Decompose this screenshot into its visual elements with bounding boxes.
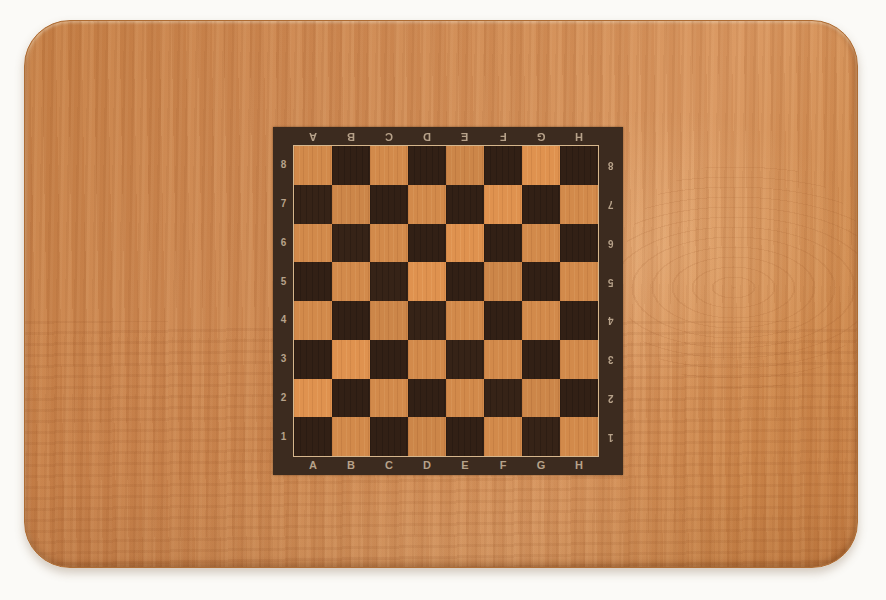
square-c1 bbox=[370, 417, 408, 456]
square-c3 bbox=[370, 340, 408, 379]
rank-label-left-8: 8 bbox=[281, 160, 287, 170]
square-g4 bbox=[522, 301, 560, 340]
square-f7 bbox=[484, 185, 522, 224]
square-f5 bbox=[484, 262, 522, 301]
square-g6 bbox=[522, 224, 560, 263]
rank-label-right-8: 8 bbox=[608, 160, 614, 170]
rank-label-right-7: 7 bbox=[608, 199, 614, 209]
square-b5 bbox=[332, 262, 370, 301]
square-a7 bbox=[294, 185, 332, 224]
file-label-top-f: F bbox=[500, 131, 507, 142]
rank-label-left-3: 3 bbox=[281, 354, 287, 364]
photo-background: ABCDEFGH 87654321 87654321 ABCDEFGH bbox=[0, 0, 886, 600]
file-label-top-g: G bbox=[537, 131, 546, 142]
square-g7 bbox=[522, 185, 560, 224]
rank-label-right-1: 1 bbox=[608, 432, 614, 442]
board-squares bbox=[294, 146, 598, 456]
square-e8 bbox=[446, 146, 484, 185]
rank-label-right-2: 2 bbox=[608, 393, 614, 403]
rank-label-left-4: 4 bbox=[281, 315, 287, 325]
square-d2 bbox=[408, 379, 446, 418]
square-d5 bbox=[408, 262, 446, 301]
square-a2 bbox=[294, 379, 332, 418]
file-label-bottom-g: G bbox=[537, 460, 546, 471]
rank-label-right-5: 5 bbox=[608, 277, 614, 287]
square-h8 bbox=[560, 146, 598, 185]
file-label-top-b: B bbox=[347, 131, 355, 142]
file-label-bottom-h: H bbox=[575, 460, 583, 471]
square-f8 bbox=[484, 146, 522, 185]
square-h7 bbox=[560, 185, 598, 224]
square-b1 bbox=[332, 417, 370, 456]
file-labels-top: ABCDEFGH bbox=[294, 127, 598, 146]
square-h3 bbox=[560, 340, 598, 379]
square-b3 bbox=[332, 340, 370, 379]
square-f4 bbox=[484, 301, 522, 340]
rank-labels-left: 87654321 bbox=[273, 146, 294, 456]
square-e7 bbox=[446, 185, 484, 224]
square-c5 bbox=[370, 262, 408, 301]
square-g1 bbox=[522, 417, 560, 456]
square-f3 bbox=[484, 340, 522, 379]
square-f2 bbox=[484, 379, 522, 418]
wood-knot-figure bbox=[621, 161, 858, 391]
square-d7 bbox=[408, 185, 446, 224]
rank-label-right-3: 3 bbox=[608, 354, 614, 364]
square-a5 bbox=[294, 262, 332, 301]
rank-label-left-2: 2 bbox=[281, 393, 287, 403]
file-label-bottom-b: B bbox=[347, 460, 355, 471]
rank-label-right-6: 6 bbox=[608, 238, 614, 248]
square-c8 bbox=[370, 146, 408, 185]
square-a8 bbox=[294, 146, 332, 185]
square-h6 bbox=[560, 224, 598, 263]
square-e6 bbox=[446, 224, 484, 263]
square-a3 bbox=[294, 340, 332, 379]
square-g5 bbox=[522, 262, 560, 301]
chess-board: ABCDEFGH 87654321 87654321 ABCDEFGH bbox=[273, 127, 623, 475]
rank-label-left-1: 1 bbox=[281, 432, 287, 442]
rank-label-right-4: 4 bbox=[608, 315, 614, 325]
file-label-bottom-a: A bbox=[309, 460, 317, 471]
square-b7 bbox=[332, 185, 370, 224]
square-d8 bbox=[408, 146, 446, 185]
square-b8 bbox=[332, 146, 370, 185]
square-h2 bbox=[560, 379, 598, 418]
file-label-bottom-d: D bbox=[423, 460, 431, 471]
square-h4 bbox=[560, 301, 598, 340]
file-label-top-h: H bbox=[575, 131, 583, 142]
square-c4 bbox=[370, 301, 408, 340]
square-e4 bbox=[446, 301, 484, 340]
square-b4 bbox=[332, 301, 370, 340]
square-d6 bbox=[408, 224, 446, 263]
file-label-top-a: A bbox=[309, 131, 317, 142]
square-e1 bbox=[446, 417, 484, 456]
rank-label-left-5: 5 bbox=[281, 277, 287, 287]
file-labels-bottom: ABCDEFGH bbox=[294, 456, 598, 475]
square-b6 bbox=[332, 224, 370, 263]
square-a4 bbox=[294, 301, 332, 340]
square-c7 bbox=[370, 185, 408, 224]
square-g2 bbox=[522, 379, 560, 418]
square-c6 bbox=[370, 224, 408, 263]
square-e2 bbox=[446, 379, 484, 418]
square-d1 bbox=[408, 417, 446, 456]
square-f6 bbox=[484, 224, 522, 263]
file-label-top-d: D bbox=[423, 131, 431, 142]
square-h1 bbox=[560, 417, 598, 456]
file-label-top-c: C bbox=[385, 131, 393, 142]
file-label-top-e: E bbox=[461, 131, 468, 142]
square-d3 bbox=[408, 340, 446, 379]
rank-label-left-6: 6 bbox=[281, 238, 287, 248]
square-d4 bbox=[408, 301, 446, 340]
square-c2 bbox=[370, 379, 408, 418]
file-label-bottom-e: E bbox=[461, 460, 468, 471]
file-label-bottom-f: F bbox=[500, 460, 507, 471]
square-h5 bbox=[560, 262, 598, 301]
square-a6 bbox=[294, 224, 332, 263]
rank-label-left-7: 7 bbox=[281, 199, 287, 209]
square-b2 bbox=[332, 379, 370, 418]
square-g8 bbox=[522, 146, 560, 185]
rank-labels-right: 87654321 bbox=[598, 146, 623, 456]
square-f1 bbox=[484, 417, 522, 456]
wooden-chess-table: ABCDEFGH 87654321 87654321 ABCDEFGH bbox=[24, 20, 858, 568]
square-g3 bbox=[522, 340, 560, 379]
square-e5 bbox=[446, 262, 484, 301]
file-label-bottom-c: C bbox=[385, 460, 393, 471]
square-a1 bbox=[294, 417, 332, 456]
square-e3 bbox=[446, 340, 484, 379]
